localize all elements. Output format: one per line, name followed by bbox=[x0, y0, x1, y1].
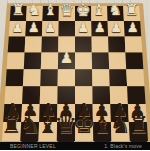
piece-white-pawn[interactable]: ♟ bbox=[123, 21, 142, 34]
difficulty-label: BEGINNER LEVEL bbox=[10, 143, 56, 149]
piece-white-rook[interactable]: ♜ bbox=[121, 3, 143, 19]
chess-app-screen: ♜♞♝♛♚♝♞♜♟♟♟♟♟♟♟♟♟♟♟♟♟♟♟♟♜♞♝♛♚♝♞♜ BEGINNE… bbox=[0, 0, 150, 150]
piece-black-rook[interactable]: ♜ bbox=[124, 114, 150, 138]
status-bar: BEGINNER LEVEL 1. Black's move bbox=[0, 142, 150, 151]
turn-indicator: 1. Black's move bbox=[104, 143, 142, 149]
piece-white-pawn[interactable]: ♟ bbox=[41, 21, 60, 34]
piece-white-pawn[interactable]: ♟ bbox=[56, 51, 77, 66]
pieces-layer: ♜♞♝♛♚♝♞♜♟♟♟♟♟♟♟♟♟♟♟♟♟♟♟♟♜♞♝♛♚♝♞♜ bbox=[0, 0, 150, 150]
